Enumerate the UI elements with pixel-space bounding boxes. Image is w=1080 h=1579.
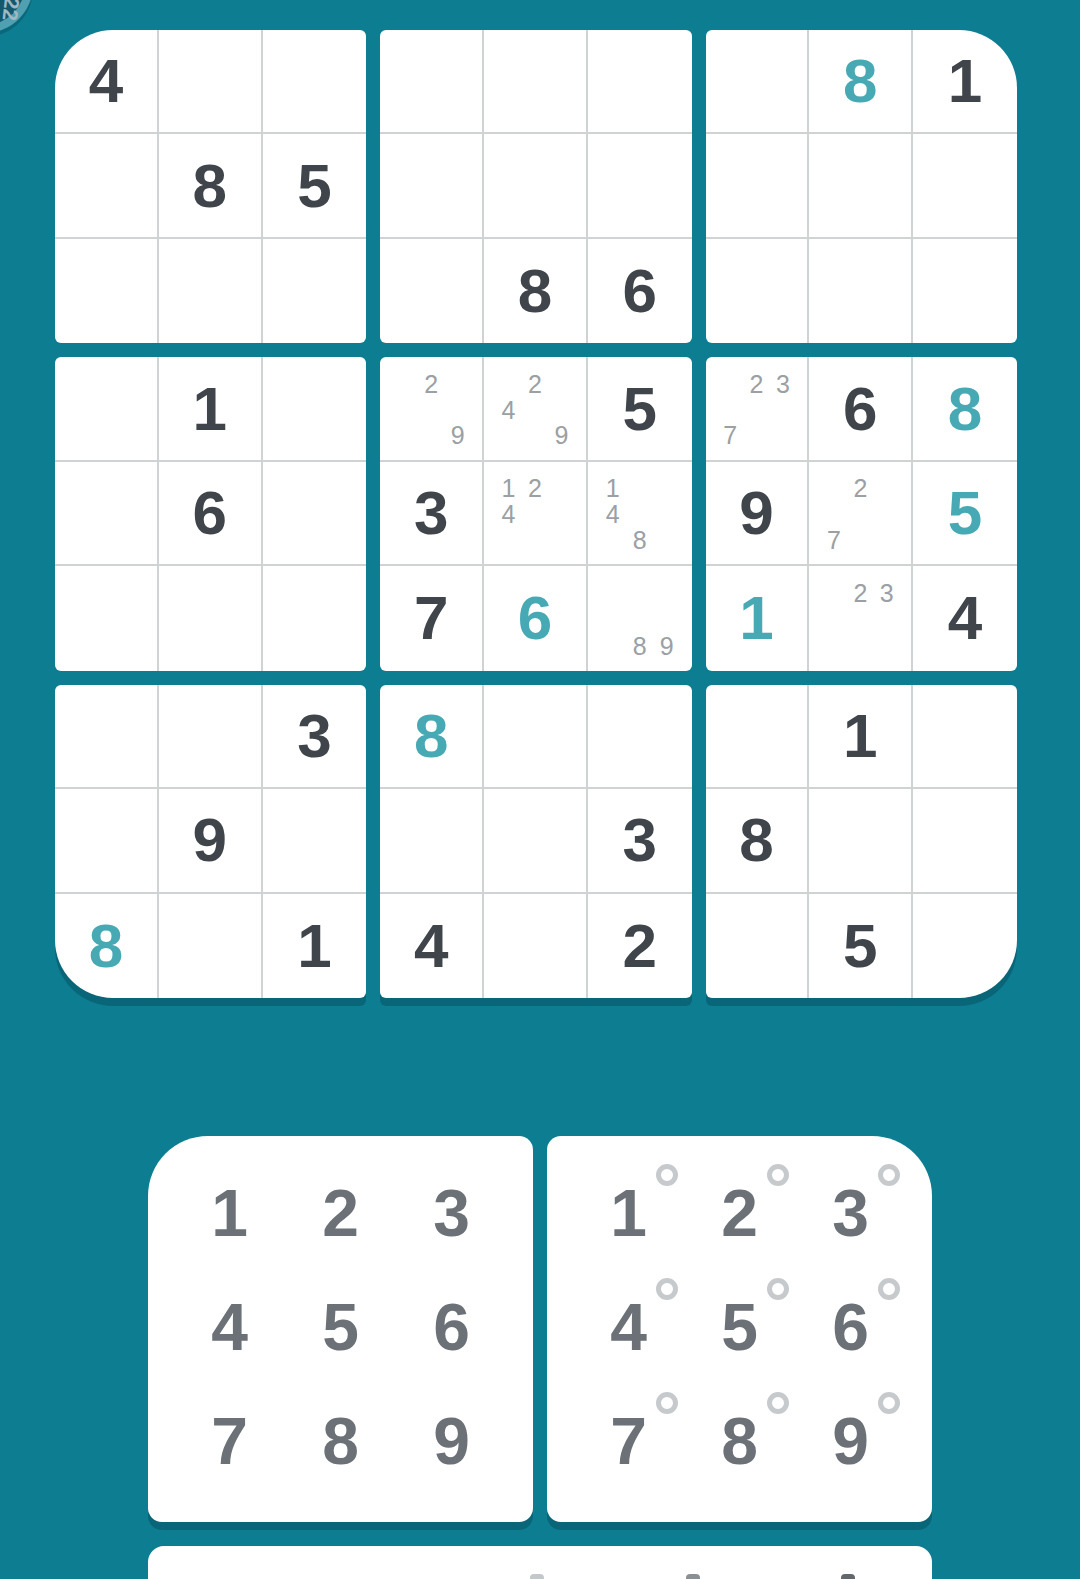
cell-r9c3[interactable]: 1 bbox=[263, 894, 367, 998]
cell-r3c4[interactable] bbox=[380, 239, 484, 343]
cell-r8c2[interactable]: 9 bbox=[159, 789, 263, 893]
user-digit: 1 bbox=[739, 587, 773, 649]
cell-r1c2[interactable] bbox=[159, 30, 263, 134]
cell-r8c3[interactable] bbox=[263, 789, 367, 893]
given-digit: 8 bbox=[192, 155, 226, 217]
pad-key-3[interactable]: 3 bbox=[396, 1156, 507, 1270]
pad-digit-label: 8 bbox=[721, 1408, 758, 1474]
cell-r9c2[interactable] bbox=[159, 894, 263, 998]
box-7: 3981 bbox=[55, 685, 366, 998]
cell-r5c3[interactable] bbox=[263, 462, 367, 566]
cell-r8c1[interactable] bbox=[55, 789, 159, 893]
pencil-mark: 1 bbox=[606, 476, 620, 501]
cell-r8c4[interactable] bbox=[380, 789, 484, 893]
cell-r7c5[interactable] bbox=[484, 685, 588, 789]
given-digit: 4 bbox=[948, 587, 982, 649]
cell-r3c9[interactable] bbox=[913, 239, 1017, 343]
cell-r4c5[interactable]: 249 bbox=[484, 357, 588, 461]
cell-r1c9[interactable]: 1 bbox=[913, 30, 1017, 134]
given-digit: 8 bbox=[739, 809, 773, 871]
pad-digit-label: 3 bbox=[832, 1180, 869, 1246]
number-pad-notes: 123456789 bbox=[547, 1136, 932, 1522]
notes-key-4[interactable]: 4 bbox=[573, 1270, 684, 1384]
pad-key-7[interactable]: 7 bbox=[174, 1384, 285, 1498]
pad-digit-label: 9 bbox=[433, 1408, 470, 1474]
given-digit: 4 bbox=[89, 50, 123, 112]
notes-key-8[interactable]: 8 bbox=[684, 1384, 795, 1498]
pad-digit-label: 5 bbox=[721, 1294, 758, 1360]
cell-r6c7[interactable]: 1 bbox=[706, 566, 810, 670]
cell-r3c5[interactable]: 8 bbox=[484, 239, 588, 343]
toolbar-icon-partial-2 bbox=[686, 1574, 700, 1579]
user-digit: 8 bbox=[948, 378, 982, 440]
box-8: 8342 bbox=[380, 685, 691, 998]
cell-r9c1[interactable]: 8 bbox=[55, 894, 159, 998]
given-digit: 5 bbox=[843, 915, 877, 977]
timer-badge[interactable]: 22 bbox=[0, 0, 33, 33]
cell-r5c8[interactable]: 27 bbox=[809, 462, 913, 566]
cell-r1c8[interactable]: 8 bbox=[809, 30, 913, 134]
sudoku-board: 4858681162924953124148768923768927512343… bbox=[55, 30, 1017, 998]
cell-r7c4[interactable]: 8 bbox=[380, 685, 484, 789]
pad-digit-label: 4 bbox=[610, 1294, 647, 1360]
cell-r8c9[interactable] bbox=[913, 789, 1017, 893]
notes-key-5[interactable]: 5 bbox=[684, 1270, 795, 1384]
pad-key-9[interactable]: 9 bbox=[396, 1384, 507, 1498]
cell-r6c4[interactable]: 7 bbox=[380, 566, 484, 670]
pencil-mark: 3 bbox=[880, 581, 894, 606]
note-ring-icon bbox=[767, 1164, 789, 1186]
cell-r1c5[interactable] bbox=[484, 30, 588, 134]
cell-r4c4[interactable]: 29 bbox=[380, 357, 484, 461]
notes-key-6[interactable]: 6 bbox=[795, 1270, 906, 1384]
given-digit: 7 bbox=[414, 587, 448, 649]
pencil-mark: 4 bbox=[502, 397, 516, 422]
notes-key-1[interactable]: 1 bbox=[573, 1156, 684, 1270]
number-pad-normal: 123456789 bbox=[148, 1136, 533, 1522]
pad-digit-label: 1 bbox=[211, 1180, 248, 1246]
input-pads: 123456789 123456789 bbox=[148, 1136, 932, 1522]
cell-r3c6[interactable]: 6 bbox=[588, 239, 692, 343]
cell-r3c8[interactable] bbox=[809, 239, 913, 343]
cell-r1c6[interactable] bbox=[588, 30, 692, 134]
cell-r8c5[interactable] bbox=[484, 789, 588, 893]
pad-key-4[interactable]: 4 bbox=[174, 1270, 285, 1384]
given-digit: 1 bbox=[948, 50, 982, 112]
cell-r4c6[interactable]: 5 bbox=[588, 357, 692, 461]
user-digit: 5 bbox=[948, 482, 982, 544]
note-ring-icon bbox=[878, 1164, 900, 1186]
pad-digit-label: 2 bbox=[322, 1180, 359, 1246]
cell-r6c1[interactable] bbox=[55, 566, 159, 670]
pad-key-6[interactable]: 6 bbox=[396, 1270, 507, 1384]
pencil-mark: 9 bbox=[660, 633, 674, 658]
pencil-mark: 2 bbox=[528, 371, 542, 396]
pad-digit-label: 7 bbox=[610, 1408, 647, 1474]
cell-r5c6[interactable]: 148 bbox=[588, 462, 692, 566]
pencil-mark: 1 bbox=[502, 476, 516, 501]
cell-r1c1[interactable]: 4 bbox=[55, 30, 159, 134]
pad-key-2[interactable]: 2 bbox=[285, 1156, 396, 1270]
pad-digit-label: 6 bbox=[832, 1294, 869, 1360]
toolbar-icon-partial-3 bbox=[841, 1574, 855, 1579]
user-digit: 8 bbox=[843, 50, 877, 112]
pad-digit-label: 5 bbox=[322, 1294, 359, 1360]
given-digit: 2 bbox=[623, 915, 657, 977]
given-digit: 6 bbox=[843, 378, 877, 440]
toolbar-icon-partial-1 bbox=[530, 1574, 544, 1579]
cell-r2c7[interactable] bbox=[706, 134, 810, 238]
pencil-mark: 2 bbox=[424, 371, 438, 396]
cell-r2c1[interactable] bbox=[55, 134, 159, 238]
cell-r2c6[interactable] bbox=[588, 134, 692, 238]
given-digit: 4 bbox=[414, 915, 448, 977]
box-9: 185 bbox=[706, 685, 1017, 998]
pad-digit-label: 7 bbox=[211, 1408, 248, 1474]
given-digit: 3 bbox=[414, 482, 448, 544]
cell-r6c2[interactable] bbox=[159, 566, 263, 670]
pencil-mark: 2 bbox=[853, 476, 867, 501]
cell-r5c1[interactable] bbox=[55, 462, 159, 566]
box-1: 485 bbox=[55, 30, 366, 343]
note-ring-icon bbox=[656, 1392, 678, 1414]
box-5: 29249531241487689 bbox=[380, 357, 691, 670]
cell-r5c7[interactable]: 9 bbox=[706, 462, 810, 566]
pad-digit-label: 1 bbox=[610, 1180, 647, 1246]
pad-digit-label: 4 bbox=[211, 1294, 248, 1360]
cell-r8c6[interactable]: 3 bbox=[588, 789, 692, 893]
pencil-mark: 4 bbox=[606, 502, 620, 527]
notes-key-2[interactable]: 2 bbox=[684, 1156, 795, 1270]
cell-r2c4[interactable] bbox=[380, 134, 484, 238]
cell-r6c8[interactable]: 23 bbox=[809, 566, 913, 670]
cell-r2c8[interactable] bbox=[809, 134, 913, 238]
pencil-mark: 2 bbox=[528, 476, 542, 501]
pencil-mark: 9 bbox=[451, 423, 465, 448]
given-digit: 5 bbox=[297, 155, 331, 217]
cell-r6c3[interactable] bbox=[263, 566, 367, 670]
cell-r2c2[interactable]: 8 bbox=[159, 134, 263, 238]
cell-r3c3[interactable] bbox=[263, 239, 367, 343]
given-digit: 8 bbox=[518, 260, 552, 322]
note-ring-icon bbox=[767, 1392, 789, 1414]
cell-r7c6[interactable] bbox=[588, 685, 692, 789]
cell-r3c7[interactable] bbox=[706, 239, 810, 343]
note-ring-icon bbox=[656, 1278, 678, 1300]
cell-r5c9[interactable]: 5 bbox=[913, 462, 1017, 566]
pad-digit-label: 2 bbox=[721, 1180, 758, 1246]
toolbar-partial bbox=[148, 1546, 932, 1579]
cell-r1c7[interactable] bbox=[706, 30, 810, 134]
given-digit: 1 bbox=[192, 378, 226, 440]
cell-r9c4[interactable]: 4 bbox=[380, 894, 484, 998]
cell-r7c3[interactable]: 3 bbox=[263, 685, 367, 789]
cell-r4c2[interactable]: 1 bbox=[159, 357, 263, 461]
pad-digit-label: 8 bbox=[322, 1408, 359, 1474]
cell-r3c2[interactable] bbox=[159, 239, 263, 343]
pad-digit-label: 9 bbox=[832, 1408, 869, 1474]
cell-r5c5[interactable]: 124 bbox=[484, 462, 588, 566]
given-digit: 1 bbox=[843, 705, 877, 767]
pencil-mark: 2 bbox=[750, 371, 764, 396]
note-ring-icon bbox=[656, 1164, 678, 1186]
pencil-mark: 7 bbox=[723, 423, 737, 448]
cell-r9c5[interactable] bbox=[484, 894, 588, 998]
pad-digit-label: 3 bbox=[433, 1180, 470, 1246]
note-ring-icon bbox=[767, 1278, 789, 1300]
cell-r7c7[interactable] bbox=[706, 685, 810, 789]
cell-r9c6[interactable]: 2 bbox=[588, 894, 692, 998]
cell-r7c8[interactable]: 1 bbox=[809, 685, 913, 789]
cell-r6c6[interactable]: 89 bbox=[588, 566, 692, 670]
pencil-mark: 7 bbox=[827, 527, 841, 552]
cell-r2c5[interactable] bbox=[484, 134, 588, 238]
pencil-mark: 8 bbox=[633, 633, 647, 658]
cell-r1c3[interactable] bbox=[263, 30, 367, 134]
note-ring-icon bbox=[878, 1392, 900, 1414]
cell-r9c8[interactable]: 5 bbox=[809, 894, 913, 998]
cell-r1c4[interactable] bbox=[380, 30, 484, 134]
notes-key-9[interactable]: 9 bbox=[795, 1384, 906, 1498]
pad-key-5[interactable]: 5 bbox=[285, 1270, 396, 1384]
given-digit: 9 bbox=[192, 809, 226, 871]
app-screen: 22 4858681162924953124148768923768927512… bbox=[0, 0, 1080, 1579]
user-digit: 8 bbox=[89, 915, 123, 977]
pencil-mark: 4 bbox=[502, 502, 516, 527]
cell-r2c3[interactable]: 5 bbox=[263, 134, 367, 238]
cell-r4c3[interactable] bbox=[263, 357, 367, 461]
cell-r7c1[interactable] bbox=[55, 685, 159, 789]
cell-r4c7[interactable]: 237 bbox=[706, 357, 810, 461]
box-2: 86 bbox=[380, 30, 691, 343]
user-digit: 6 bbox=[518, 587, 552, 649]
note-ring-icon bbox=[878, 1278, 900, 1300]
cell-r4c1[interactable] bbox=[55, 357, 159, 461]
pad-key-1[interactable]: 1 bbox=[174, 1156, 285, 1270]
given-digit: 3 bbox=[623, 809, 657, 871]
cell-r4c8[interactable]: 6 bbox=[809, 357, 913, 461]
cell-r6c9[interactable]: 4 bbox=[913, 566, 1017, 670]
pencil-mark: 9 bbox=[554, 423, 568, 448]
box-4: 16 bbox=[55, 357, 366, 670]
pencil-mark: 3 bbox=[776, 371, 790, 396]
given-digit: 6 bbox=[623, 260, 657, 322]
cell-r8c8[interactable] bbox=[809, 789, 913, 893]
cell-r7c9[interactable] bbox=[913, 685, 1017, 789]
given-digit: 9 bbox=[739, 482, 773, 544]
given-digit: 5 bbox=[623, 378, 657, 440]
cell-r5c4[interactable]: 3 bbox=[380, 462, 484, 566]
cell-r4c9[interactable]: 8 bbox=[913, 357, 1017, 461]
given-digit: 6 bbox=[192, 482, 226, 544]
cell-r5c2[interactable]: 6 bbox=[159, 462, 263, 566]
box-3: 81 bbox=[706, 30, 1017, 343]
notes-key-3[interactable]: 3 bbox=[795, 1156, 906, 1270]
user-digit: 8 bbox=[414, 705, 448, 767]
cell-r9c9[interactable] bbox=[913, 894, 1017, 998]
cell-r2c9[interactable] bbox=[913, 134, 1017, 238]
given-digit: 1 bbox=[297, 915, 331, 977]
timer-badge-label: 22 bbox=[0, 0, 23, 22]
cell-r8c7[interactable]: 8 bbox=[706, 789, 810, 893]
notes-key-7[interactable]: 7 bbox=[573, 1384, 684, 1498]
box-6: 2376892751234 bbox=[706, 357, 1017, 670]
cell-r7c2[interactable] bbox=[159, 685, 263, 789]
timer-badge-face: 22 bbox=[0, 0, 25, 25]
cell-r3c1[interactable] bbox=[55, 239, 159, 343]
given-digit: 3 bbox=[297, 705, 331, 767]
cell-r6c5[interactable]: 6 bbox=[484, 566, 588, 670]
pencil-mark: 8 bbox=[633, 527, 647, 552]
pad-key-8[interactable]: 8 bbox=[285, 1384, 396, 1498]
cell-r9c7[interactable] bbox=[706, 894, 810, 998]
pencil-mark: 2 bbox=[853, 581, 867, 606]
pad-digit-label: 6 bbox=[433, 1294, 470, 1360]
